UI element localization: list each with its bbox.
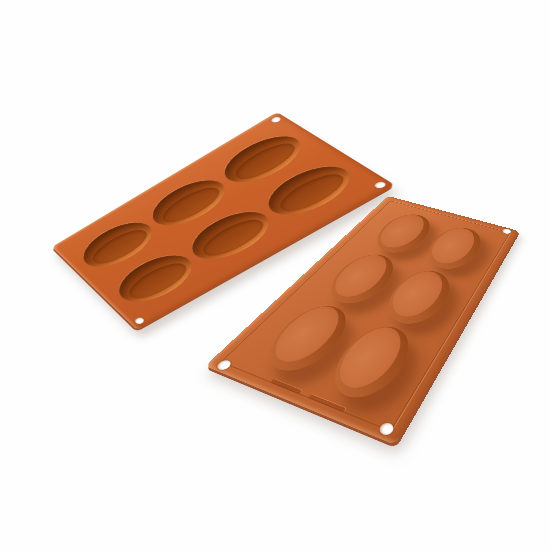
hanging-hole (270, 116, 283, 124)
hanging-hole (373, 181, 388, 190)
hanging-hole (133, 316, 145, 325)
product-photo-silicone-oval-moulds (0, 0, 550, 550)
